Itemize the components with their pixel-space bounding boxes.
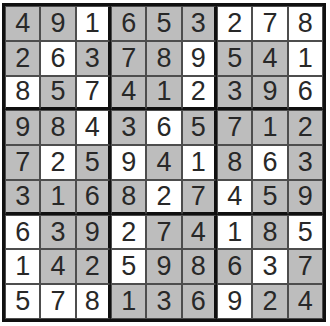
cell-r7c9[interactable]: 5 xyxy=(288,215,323,250)
cell-r4c5[interactable]: 6 xyxy=(146,110,181,145)
cell-r6c5[interactable]: 2 xyxy=(146,180,181,215)
cell-r4c9[interactable]: 2 xyxy=(288,110,323,145)
cell-r1c1[interactable]: 4 xyxy=(5,6,40,41)
cell-r9c5[interactable]: 3 xyxy=(146,284,181,319)
cell-r1c8[interactable]: 7 xyxy=(252,6,287,41)
cell-r2c7[interactable]: 5 xyxy=(217,41,252,76)
cell-r4c1[interactable]: 9 xyxy=(5,110,40,145)
cell-r2c4[interactable]: 7 xyxy=(111,41,146,76)
cell-r2c8[interactable]: 4 xyxy=(252,41,287,76)
cell-r9c3[interactable]: 8 xyxy=(76,284,111,319)
cell-r6c2[interactable]: 1 xyxy=(40,180,75,215)
cell-r4c8[interactable]: 1 xyxy=(252,110,287,145)
cell-r5c1[interactable]: 7 xyxy=(5,145,40,180)
cell-r8c8[interactable]: 3 xyxy=(252,249,287,284)
cell-r8c7[interactable]: 6 xyxy=(217,249,252,284)
cell-r3c7[interactable]: 3 xyxy=(217,76,252,111)
cell-r8c4[interactable]: 5 xyxy=(111,249,146,284)
cell-r5c5[interactable]: 4 xyxy=(146,145,181,180)
cell-r3c8[interactable]: 9 xyxy=(252,76,287,111)
cell-r9c2[interactable]: 7 xyxy=(40,284,75,319)
cell-r7c2[interactable]: 3 xyxy=(40,215,75,250)
cell-r1c2[interactable]: 9 xyxy=(40,6,75,41)
cell-r6c7[interactable]: 4 xyxy=(217,180,252,215)
cell-r8c6[interactable]: 8 xyxy=(182,249,217,284)
cell-r7c4[interactable]: 2 xyxy=(111,215,146,250)
cell-r5c2[interactable]: 2 xyxy=(40,145,75,180)
cell-r2c5[interactable]: 8 xyxy=(146,41,181,76)
cell-r9c7[interactable]: 9 xyxy=(217,284,252,319)
cell-r8c1[interactable]: 1 xyxy=(5,249,40,284)
cell-r5c6[interactable]: 1 xyxy=(182,145,217,180)
cell-r9c8[interactable]: 2 xyxy=(252,284,287,319)
cell-r7c1[interactable]: 6 xyxy=(5,215,40,250)
cell-r9c4[interactable]: 1 xyxy=(111,284,146,319)
cell-r9c1[interactable]: 5 xyxy=(5,284,40,319)
cell-r6c8[interactable]: 5 xyxy=(252,180,287,215)
cell-r5c8[interactable]: 6 xyxy=(252,145,287,180)
cell-r8c9[interactable]: 7 xyxy=(288,249,323,284)
cell-r1c6[interactable]: 3 xyxy=(182,6,217,41)
cell-r3c9[interactable]: 6 xyxy=(288,76,323,111)
cell-r4c7[interactable]: 7 xyxy=(217,110,252,145)
sudoku-board: 4916532782637895418574123969843657127259… xyxy=(2,3,326,322)
cell-r6c1[interactable]: 3 xyxy=(5,180,40,215)
cell-r4c6[interactable]: 5 xyxy=(182,110,217,145)
cell-r5c4[interactable]: 9 xyxy=(111,145,146,180)
cell-r1c5[interactable]: 5 xyxy=(146,6,181,41)
cell-r7c3[interactable]: 9 xyxy=(76,215,111,250)
cell-r3c1[interactable]: 8 xyxy=(5,76,40,111)
cell-r5c3[interactable]: 5 xyxy=(76,145,111,180)
cell-r6c6[interactable]: 7 xyxy=(182,180,217,215)
cell-r9c9[interactable]: 4 xyxy=(288,284,323,319)
cell-r7c6[interactable]: 4 xyxy=(182,215,217,250)
cell-r8c2[interactable]: 4 xyxy=(40,249,75,284)
cell-r8c5[interactable]: 9 xyxy=(146,249,181,284)
cell-r1c7[interactable]: 2 xyxy=(217,6,252,41)
cell-r3c4[interactable]: 4 xyxy=(111,76,146,111)
cell-r6c4[interactable]: 8 xyxy=(111,180,146,215)
cell-r5c7[interactable]: 8 xyxy=(217,145,252,180)
cell-r3c5[interactable]: 1 xyxy=(146,76,181,111)
cell-r4c3[interactable]: 4 xyxy=(76,110,111,145)
cell-r2c9[interactable]: 1 xyxy=(288,41,323,76)
cell-r6c9[interactable]: 9 xyxy=(288,180,323,215)
cell-r2c6[interactable]: 9 xyxy=(182,41,217,76)
cell-r5c9[interactable]: 3 xyxy=(288,145,323,180)
cell-r4c4[interactable]: 3 xyxy=(111,110,146,145)
cell-r7c8[interactable]: 8 xyxy=(252,215,287,250)
cell-r8c3[interactable]: 2 xyxy=(76,249,111,284)
cell-r3c2[interactable]: 5 xyxy=(40,76,75,111)
cell-r1c4[interactable]: 6 xyxy=(111,6,146,41)
cell-r7c5[interactable]: 7 xyxy=(146,215,181,250)
cell-r2c3[interactable]: 3 xyxy=(76,41,111,76)
cell-r3c6[interactable]: 2 xyxy=(182,76,217,111)
sudoku-grid: 4916532782637895418574123969843657127259… xyxy=(2,3,326,322)
cell-r2c1[interactable]: 2 xyxy=(5,41,40,76)
cell-r9c6[interactable]: 6 xyxy=(182,284,217,319)
cell-r1c9[interactable]: 8 xyxy=(288,6,323,41)
cell-r6c3[interactable]: 6 xyxy=(76,180,111,215)
cell-r1c3[interactable]: 1 xyxy=(76,6,111,41)
cell-r4c2[interactable]: 8 xyxy=(40,110,75,145)
cell-r3c3[interactable]: 7 xyxy=(76,76,111,111)
cell-r7c7[interactable]: 1 xyxy=(217,215,252,250)
cell-r2c2[interactable]: 6 xyxy=(40,41,75,76)
